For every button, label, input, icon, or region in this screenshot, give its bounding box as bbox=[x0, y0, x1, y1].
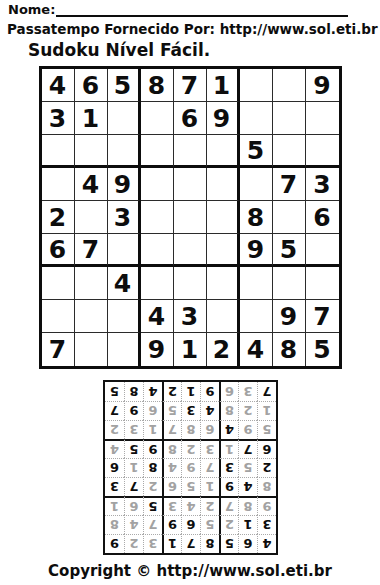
sudoku-cell-r8c8: 9 bbox=[273, 300, 306, 333]
copyright-footer: Copyright © http://www.sol.eti.br bbox=[0, 562, 380, 580]
solution-cell-r6c9: 4 bbox=[105, 439, 124, 458]
sudoku-cell-r7c9 bbox=[306, 267, 339, 300]
solution-cell-r4c8: 7 bbox=[124, 477, 143, 496]
sudoku-cell-r6c3 bbox=[108, 234, 141, 267]
solution-cell-r7c1: 5 bbox=[257, 420, 276, 439]
solution-cell-r9c1: 7 bbox=[257, 382, 276, 401]
sudoku-cell-r7c2 bbox=[75, 267, 108, 300]
solution-cell-r8c7: 6 bbox=[143, 401, 162, 420]
sudoku-cell-r1c1: 4 bbox=[42, 69, 75, 102]
solution-cell-r4c9: 3 bbox=[105, 477, 124, 496]
sudoku-cell-r3c3 bbox=[108, 135, 141, 168]
solution-cell-r1c5: 7 bbox=[181, 534, 200, 553]
solution-cell-r5c4: 7 bbox=[200, 458, 219, 477]
solution-cell-r6c2: 7 bbox=[238, 439, 257, 458]
name-row: Nome: bbox=[0, 0, 380, 17]
sudoku-cell-r1c8 bbox=[273, 69, 306, 102]
solution-cell-r9c6: 2 bbox=[162, 382, 181, 401]
solution-cell-r1c7: 3 bbox=[143, 534, 162, 553]
sudoku-cell-r5c7: 8 bbox=[240, 201, 273, 234]
sudoku-cell-r7c4 bbox=[141, 267, 174, 300]
sudoku-cell-r9c9: 5 bbox=[306, 333, 339, 366]
solution-cell-r5c7: 8 bbox=[143, 458, 162, 477]
solution-cell-r4c5: 5 bbox=[181, 477, 200, 496]
sudoku-cell-r3c1 bbox=[42, 135, 75, 168]
solution-cell-r7c3: 4 bbox=[219, 420, 238, 439]
sudoku-cell-r7c5 bbox=[174, 267, 207, 300]
solution-cell-r6c8: 5 bbox=[124, 439, 143, 458]
solution-cell-r1c3: 5 bbox=[219, 534, 238, 553]
sudoku-cell-r8c4: 4 bbox=[141, 300, 174, 333]
sudoku-cell-r6c8: 5 bbox=[273, 234, 306, 267]
solution-cell-r2c7: 7 bbox=[143, 515, 162, 534]
solution-cell-r4c2: 4 bbox=[238, 477, 257, 496]
sudoku-cell-r9c7: 4 bbox=[240, 333, 273, 366]
sudoku-cell-r6c5 bbox=[174, 234, 207, 267]
solution-cell-r5c8: 1 bbox=[124, 458, 143, 477]
solution-cell-r3c7: 5 bbox=[143, 496, 162, 515]
solution-cell-r7c5: 8 bbox=[181, 420, 200, 439]
solution-cell-r3c3: 7 bbox=[219, 496, 238, 515]
solution-cell-r8c6: 5 bbox=[162, 401, 181, 420]
solution-cell-r2c6: 9 bbox=[162, 515, 181, 534]
sudoku-cell-r5c2 bbox=[75, 201, 108, 234]
solution-cell-r7c6: 7 bbox=[162, 420, 181, 439]
sudoku-board: 465871931695497323866795443977912485 bbox=[39, 66, 342, 369]
printable-sudoku-page: Nome: Passatempo Fornecido Por: http://w… bbox=[0, 0, 380, 585]
solution-cell-r9c3: 6 bbox=[219, 382, 238, 401]
sudoku-cell-r3c4 bbox=[141, 135, 174, 168]
sudoku-cell-r5c1: 2 bbox=[42, 201, 75, 234]
solution-cell-r2c5: 6 bbox=[181, 515, 200, 534]
sudoku-cell-r5c5 bbox=[174, 201, 207, 234]
solution-cell-r2c1: 3 bbox=[257, 515, 276, 534]
solution-cell-r8c3: 8 bbox=[219, 401, 238, 420]
solution-cell-r8c8: 9 bbox=[124, 401, 143, 420]
sudoku-cell-r7c7 bbox=[240, 267, 273, 300]
sudoku-cell-r3c2 bbox=[75, 135, 108, 168]
sudoku-cell-r2c8 bbox=[273, 102, 306, 135]
sudoku-cell-r9c8: 8 bbox=[273, 333, 306, 366]
sudoku-cell-r9c5: 1 bbox=[174, 333, 207, 366]
sudoku-cell-r9c4: 9 bbox=[141, 333, 174, 366]
solution-cell-r9c7: 4 bbox=[143, 382, 162, 401]
solution-cell-r5c5: 9 bbox=[181, 458, 200, 477]
sudoku-cell-r4c5 bbox=[174, 168, 207, 201]
sudoku-cell-r5c4 bbox=[141, 201, 174, 234]
sudoku-cell-r1c3: 5 bbox=[108, 69, 141, 102]
sudoku-cell-r2c9 bbox=[306, 102, 339, 135]
sudoku-cell-r1c5: 7 bbox=[174, 69, 207, 102]
solution-cell-r4c6: 6 bbox=[162, 477, 181, 496]
sudoku-cell-r4c1 bbox=[42, 168, 75, 201]
solution-cell-r1c6: 1 bbox=[162, 534, 181, 553]
solution-cell-r1c9: 9 bbox=[105, 534, 124, 553]
solution-cell-r9c9: 5 bbox=[105, 382, 124, 401]
solution-cell-r2c9: 8 bbox=[105, 515, 124, 534]
sudoku-cell-r3c8 bbox=[273, 135, 306, 168]
solution-cell-r5c3: 3 bbox=[219, 458, 238, 477]
solution-cell-r2c8: 4 bbox=[124, 515, 143, 534]
sudoku-cell-r2c1: 3 bbox=[42, 102, 75, 135]
sudoku-cell-r3c6 bbox=[207, 135, 240, 168]
solution-cell-r9c2: 3 bbox=[238, 382, 257, 401]
name-underline bbox=[56, 3, 348, 17]
sudoku-cell-r9c2 bbox=[75, 333, 108, 366]
sudoku-cell-r3c9 bbox=[306, 135, 339, 168]
sudoku-cell-r4c9: 3 bbox=[306, 168, 339, 201]
solution-cell-r2c2: 1 bbox=[238, 515, 257, 534]
solution-cell-r1c4: 8 bbox=[200, 534, 219, 553]
solution-cell-r2c3: 2 bbox=[219, 515, 238, 534]
solution-cell-r5c2: 5 bbox=[238, 458, 257, 477]
solution-cell-r7c9: 2 bbox=[105, 420, 124, 439]
sudoku-cell-r2c2: 1 bbox=[75, 102, 108, 135]
sudoku-cell-r7c6 bbox=[207, 267, 240, 300]
sudoku-cell-r2c3 bbox=[108, 102, 141, 135]
sudoku-cell-r8c2 bbox=[75, 300, 108, 333]
solution-cell-r1c2: 6 bbox=[238, 534, 257, 553]
sudoku-cell-r1c4: 8 bbox=[141, 69, 174, 102]
sudoku-cell-r2c6: 9 bbox=[207, 102, 240, 135]
sudoku-cell-r2c4 bbox=[141, 102, 174, 135]
solution-cell-r2c4: 5 bbox=[200, 515, 219, 534]
solution-cell-r5c6: 4 bbox=[162, 458, 181, 477]
sudoku-cell-r6c1: 6 bbox=[42, 234, 75, 267]
solution-cell-r4c1: 8 bbox=[257, 477, 276, 496]
sudoku-cell-r2c7 bbox=[240, 102, 273, 135]
sudoku-cell-r3c5 bbox=[174, 135, 207, 168]
solution-cell-r8c2: 2 bbox=[238, 401, 257, 420]
solution-cell-r8c5: 3 bbox=[181, 401, 200, 420]
sudoku-cell-r8c9: 7 bbox=[306, 300, 339, 333]
solution-cell-r6c7: 9 bbox=[143, 439, 162, 458]
solution-cell-r9c5: 1 bbox=[181, 382, 200, 401]
solution-cell-r4c4: 1 bbox=[200, 477, 219, 496]
sudoku-cell-r8c6 bbox=[207, 300, 240, 333]
sudoku-cell-r2c5: 6 bbox=[174, 102, 207, 135]
name-label: Nome: bbox=[8, 3, 55, 17]
solution-cell-r1c1: 4 bbox=[257, 534, 276, 553]
provider-line: Passatempo Fornecido Por: http://www.sol… bbox=[0, 17, 380, 37]
solution-cell-r8c9: 7 bbox=[105, 401, 124, 420]
sudoku-cell-r4c4 bbox=[141, 168, 174, 201]
sudoku-solution-board-rotated: 4658713293125697489872435618491562732537… bbox=[103, 380, 278, 555]
solution-cell-r3c5: 4 bbox=[181, 496, 200, 515]
solution-cell-r3c9: 1 bbox=[105, 496, 124, 515]
sudoku-cell-r5c3: 3 bbox=[108, 201, 141, 234]
solution-cell-r3c1: 9 bbox=[257, 496, 276, 515]
sudoku-cell-r9c1: 7 bbox=[42, 333, 75, 366]
solution-cell-r7c4: 6 bbox=[200, 420, 219, 439]
solution-cell-r5c9: 6 bbox=[105, 458, 124, 477]
solution-cell-r8c4: 4 bbox=[200, 401, 219, 420]
sudoku-cell-r7c3: 4 bbox=[108, 267, 141, 300]
sudoku-cell-r1c9: 9 bbox=[306, 69, 339, 102]
solution-cell-r9c4: 9 bbox=[200, 382, 219, 401]
sudoku-cell-r6c2: 7 bbox=[75, 234, 108, 267]
sudoku-cell-r9c6: 2 bbox=[207, 333, 240, 366]
page-title: Sudoku Nível Fácil. bbox=[0, 37, 380, 60]
sudoku-cell-r6c7: 9 bbox=[240, 234, 273, 267]
sudoku-cell-r1c6: 1 bbox=[207, 69, 240, 102]
sudoku-cell-r4c2: 4 bbox=[75, 168, 108, 201]
sudoku-cell-r1c2: 6 bbox=[75, 69, 108, 102]
sudoku-cell-r5c6 bbox=[207, 201, 240, 234]
sudoku-cell-r6c6 bbox=[207, 234, 240, 267]
sudoku-cell-r8c3 bbox=[108, 300, 141, 333]
solution-cell-r6c6: 8 bbox=[162, 439, 181, 458]
sudoku-cell-r6c9 bbox=[306, 234, 339, 267]
solution-cell-r4c3: 9 bbox=[219, 477, 238, 496]
sudoku-cell-r8c1 bbox=[42, 300, 75, 333]
sudoku-cell-r4c8: 7 bbox=[273, 168, 306, 201]
solution-cell-r8c1: 1 bbox=[257, 401, 276, 420]
solution-cell-r3c2: 8 bbox=[238, 496, 257, 515]
sudoku-cell-r9c3 bbox=[108, 333, 141, 366]
solution-cell-r7c7: 1 bbox=[143, 420, 162, 439]
solution-cell-r6c3: 1 bbox=[219, 439, 238, 458]
sudoku-cell-r8c7 bbox=[240, 300, 273, 333]
solution-cell-r7c2: 9 bbox=[238, 420, 257, 439]
solution-cell-r9c8: 8 bbox=[124, 382, 143, 401]
solution-cell-r4c7: 2 bbox=[143, 477, 162, 496]
sudoku-cell-r1c7 bbox=[240, 69, 273, 102]
solution-cell-r6c5: 2 bbox=[181, 439, 200, 458]
solution-cell-r3c6: 3 bbox=[162, 496, 181, 515]
sudoku-cell-r4c7 bbox=[240, 168, 273, 201]
sudoku-cell-r6c4 bbox=[141, 234, 174, 267]
solution-cell-r3c4: 2 bbox=[200, 496, 219, 515]
solution-cell-r1c8: 2 bbox=[124, 534, 143, 553]
sudoku-cell-r8c5: 3 bbox=[174, 300, 207, 333]
solution-cell-r6c4: 3 bbox=[200, 439, 219, 458]
sudoku-cell-r4c3: 9 bbox=[108, 168, 141, 201]
sudoku-cell-r5c8 bbox=[273, 201, 306, 234]
sudoku-cell-r3c7: 5 bbox=[240, 135, 273, 168]
solution-cell-r5c1: 2 bbox=[257, 458, 276, 477]
solution-cell-r6c1: 6 bbox=[257, 439, 276, 458]
sudoku-cell-r7c1 bbox=[42, 267, 75, 300]
sudoku-cell-r7c8 bbox=[273, 267, 306, 300]
sudoku-cell-r4c6 bbox=[207, 168, 240, 201]
solution-cell-r3c8: 6 bbox=[124, 496, 143, 515]
sudoku-cell-r5c9: 6 bbox=[306, 201, 339, 234]
solution-cell-r7c8: 3 bbox=[124, 420, 143, 439]
